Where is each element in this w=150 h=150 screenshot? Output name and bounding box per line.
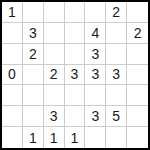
cell-r5c2-empty[interactable] bbox=[23, 85, 44, 106]
cell-r1c1-clue: 1 bbox=[2, 2, 23, 23]
cell-r6c6-clue: 5 bbox=[106, 106, 127, 127]
cell-r1c5-empty[interactable] bbox=[85, 2, 106, 23]
cell-r3c2-clue: 2 bbox=[23, 44, 44, 65]
cell-r5c5-empty[interactable] bbox=[85, 85, 106, 106]
cell-r7c6-empty[interactable] bbox=[106, 127, 127, 148]
cell-r6c1-empty[interactable] bbox=[2, 106, 23, 127]
cell-r6c7-empty[interactable] bbox=[127, 106, 148, 127]
cell-r6c3-clue: 3 bbox=[44, 106, 65, 127]
cell-r1c3-empty[interactable] bbox=[44, 2, 65, 23]
cell-r5c4-empty[interactable] bbox=[65, 85, 86, 106]
cell-r7c2-clue: 1 bbox=[23, 127, 44, 148]
cell-r7c4-clue: 1 bbox=[65, 127, 86, 148]
cell-r7c1-empty[interactable] bbox=[2, 127, 23, 148]
cell-r5c3-empty[interactable] bbox=[44, 85, 65, 106]
cell-r7c5-empty[interactable] bbox=[85, 127, 106, 148]
cell-r2c2-clue: 3 bbox=[23, 23, 44, 44]
cell-r4c7-empty[interactable] bbox=[127, 65, 148, 86]
cell-r2c4-empty[interactable] bbox=[65, 23, 86, 44]
cell-r3c1-empty[interactable] bbox=[2, 44, 23, 65]
cell-r7c3-clue: 1 bbox=[44, 127, 65, 148]
cell-r1c4-empty[interactable] bbox=[65, 2, 86, 23]
cell-r5c7-empty[interactable] bbox=[127, 85, 148, 106]
cell-r6c4-empty[interactable] bbox=[65, 106, 86, 127]
cell-r4c4-clue: 3 bbox=[65, 65, 86, 86]
cell-r5c6-empty[interactable] bbox=[106, 85, 127, 106]
cell-r3c7-empty[interactable] bbox=[127, 44, 148, 65]
cell-r1c6-clue: 2 bbox=[106, 2, 127, 23]
cell-r3c5-clue: 3 bbox=[85, 44, 106, 65]
cell-r7c7-empty[interactable] bbox=[127, 127, 148, 148]
cell-r3c4-empty[interactable] bbox=[65, 44, 86, 65]
cell-r4c6-clue: 3 bbox=[106, 65, 127, 86]
cell-r4c5-clue: 3 bbox=[85, 65, 106, 86]
cell-r4c1-clue: 0 bbox=[2, 65, 23, 86]
cell-r6c5-clue: 3 bbox=[85, 106, 106, 127]
cell-r4c3-clue: 2 bbox=[44, 65, 65, 86]
cell-r4c2-empty[interactable] bbox=[23, 65, 44, 86]
cell-r1c2-empty[interactable] bbox=[23, 2, 44, 23]
cell-r2c7-clue: 2 bbox=[127, 23, 148, 44]
cell-r6c2-empty[interactable] bbox=[23, 106, 44, 127]
cell-r2c5-clue: 4 bbox=[85, 23, 106, 44]
cell-r5c1-empty[interactable] bbox=[2, 85, 23, 106]
cell-r1c7-empty[interactable] bbox=[127, 2, 148, 23]
cell-r2c3-empty[interactable] bbox=[44, 23, 65, 44]
cell-r3c3-empty[interactable] bbox=[44, 44, 65, 65]
minesweeper-board: 123422302333335111 bbox=[0, 0, 150, 150]
cell-r2c6-empty[interactable] bbox=[106, 23, 127, 44]
cell-r2c1-empty[interactable] bbox=[2, 23, 23, 44]
cell-r3c6-empty[interactable] bbox=[106, 44, 127, 65]
